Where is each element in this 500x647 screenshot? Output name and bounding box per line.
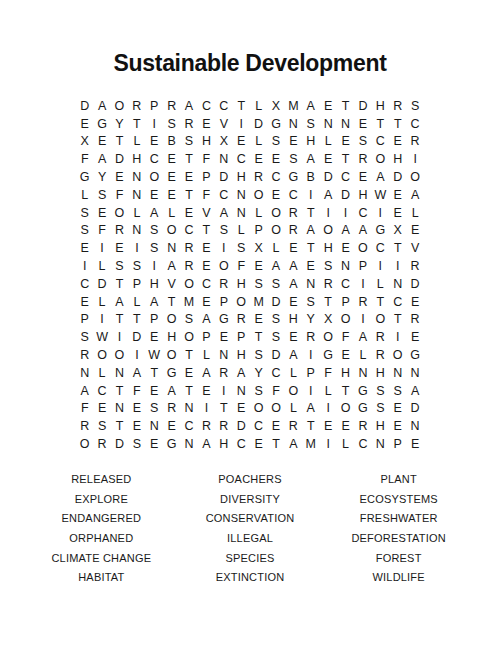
grid-cell[interactable]: R xyxy=(406,257,423,275)
grid-cell[interactable]: E xyxy=(233,400,250,418)
grid-cell[interactable]: S xyxy=(267,328,284,346)
grid-cell[interactable]: M xyxy=(180,293,197,311)
grid-cell[interactable]: P xyxy=(215,293,232,311)
grid-cell[interactable]: A xyxy=(372,168,389,186)
grid-cell[interactable]: G xyxy=(163,364,180,382)
grid-cell[interactable]: A xyxy=(180,97,197,115)
grid-cell[interactable]: T xyxy=(180,382,197,400)
grid-cell[interactable]: E xyxy=(198,293,215,311)
grid-cell[interactable]: H xyxy=(372,417,389,435)
grid-cell[interactable]: E xyxy=(76,239,93,257)
grid-cell[interactable]: A xyxy=(285,257,302,275)
grid-cell[interactable]: I xyxy=(354,275,371,293)
grid-cell[interactable]: X xyxy=(319,311,336,329)
grid-cell[interactable]: A xyxy=(302,150,319,168)
grid-cell[interactable]: T xyxy=(180,186,197,204)
grid-cell[interactable]: S xyxy=(372,382,389,400)
grid-cell[interactable]: O xyxy=(233,293,250,311)
grid-cell[interactable]: F xyxy=(198,150,215,168)
grid-cell[interactable]: I xyxy=(215,382,232,400)
grid-cell[interactable]: I xyxy=(406,150,423,168)
grid-cell[interactable]: N xyxy=(319,115,336,133)
grid-cell[interactable]: T xyxy=(146,364,163,382)
grid-cell[interactable]: C xyxy=(93,382,110,400)
grid-cell[interactable]: O xyxy=(111,204,128,222)
grid-cell[interactable]: A xyxy=(285,435,302,453)
grid-cell[interactable]: R xyxy=(250,168,267,186)
grid-cell[interactable]: T xyxy=(372,293,389,311)
grid-cell[interactable]: E xyxy=(198,257,215,275)
grid-cell[interactable]: N xyxy=(354,364,371,382)
grid-cell[interactable]: S xyxy=(76,222,93,240)
grid-cell[interactable]: E xyxy=(354,115,371,133)
grid-cell[interactable]: I xyxy=(302,186,319,204)
grid-cell[interactable]: T xyxy=(163,293,180,311)
grid-cell[interactable]: E xyxy=(146,133,163,151)
grid-cell[interactable]: O xyxy=(337,311,354,329)
grid-cell[interactable]: T xyxy=(302,417,319,435)
grid-cell[interactable]: E xyxy=(76,293,93,311)
grid-cell[interactable]: P xyxy=(389,435,406,453)
grid-cell[interactable]: R xyxy=(354,293,371,311)
grid-cell[interactable]: E xyxy=(285,239,302,257)
grid-cell[interactable]: I xyxy=(93,311,110,329)
grid-cell[interactable]: A xyxy=(93,150,110,168)
grid-cell[interactable]: C xyxy=(76,275,93,293)
grid-cell[interactable]: R xyxy=(372,328,389,346)
grid-cell[interactable]: R xyxy=(198,417,215,435)
grid-cell[interactable]: S xyxy=(180,133,197,151)
grid-cell[interactable]: S xyxy=(372,400,389,418)
grid-cell[interactable]: D xyxy=(406,400,423,418)
grid-cell[interactable]: A xyxy=(285,275,302,293)
grid-cell[interactable]: E xyxy=(319,150,336,168)
grid-cell[interactable]: L xyxy=(319,382,336,400)
grid-cell[interactable]: E xyxy=(389,400,406,418)
grid-cell[interactable]: R xyxy=(111,222,128,240)
grid-cell[interactable]: E xyxy=(233,133,250,151)
grid-cell[interactable]: V xyxy=(215,115,232,133)
grid-cell[interactable]: N xyxy=(389,275,406,293)
grid-cell[interactable]: L xyxy=(337,435,354,453)
grid-cell[interactable]: E xyxy=(267,186,284,204)
grid-cell[interactable]: E xyxy=(93,400,110,418)
grid-cell[interactable]: N xyxy=(180,435,197,453)
grid-cell[interactable]: X xyxy=(76,133,93,151)
grid-cell[interactable]: H xyxy=(389,150,406,168)
grid-cell[interactable]: O xyxy=(372,150,389,168)
grid-cell[interactable]: G xyxy=(354,400,371,418)
grid-cell[interactable]: E xyxy=(337,417,354,435)
grid-cell[interactable]: N xyxy=(111,364,128,382)
grid-cell[interactable]: N xyxy=(180,400,197,418)
grid-cell[interactable]: E xyxy=(198,382,215,400)
grid-cell[interactable]: N xyxy=(128,222,145,240)
grid-cell[interactable]: M xyxy=(285,97,302,115)
grid-cell[interactable]: H xyxy=(337,364,354,382)
grid-cell[interactable]: W xyxy=(93,328,110,346)
grid-cell[interactable]: E xyxy=(337,346,354,364)
grid-cell[interactable]: S xyxy=(215,222,232,240)
grid-cell[interactable]: R xyxy=(76,417,93,435)
grid-cell[interactable]: G xyxy=(354,382,371,400)
grid-cell[interactable]: E xyxy=(163,186,180,204)
grid-cell[interactable]: C xyxy=(389,293,406,311)
grid-cell[interactable]: A xyxy=(163,382,180,400)
grid-cell[interactable]: L xyxy=(354,346,371,364)
grid-cell[interactable]: D xyxy=(267,293,284,311)
grid-cell[interactable]: O xyxy=(319,222,336,240)
grid-cell[interactable]: E xyxy=(406,328,423,346)
grid-cell[interactable]: L xyxy=(93,257,110,275)
grid-cell[interactable]: R xyxy=(285,417,302,435)
grid-cell[interactable]: E xyxy=(406,293,423,311)
grid-cell[interactable]: I xyxy=(372,204,389,222)
grid-cell[interactable]: A xyxy=(198,311,215,329)
grid-cell[interactable]: E xyxy=(389,133,406,151)
grid-cell[interactable]: S xyxy=(180,311,197,329)
grid-cell[interactable]: T xyxy=(302,239,319,257)
grid-cell[interactable]: O xyxy=(319,328,336,346)
grid-cell[interactable]: A xyxy=(302,400,319,418)
grid-cell[interactable]: R xyxy=(93,435,110,453)
grid-cell[interactable]: P xyxy=(250,222,267,240)
grid-cell[interactable]: R xyxy=(215,417,232,435)
grid-cell[interactable]: S xyxy=(267,311,284,329)
grid-cell[interactable]: E xyxy=(285,133,302,151)
grid-cell[interactable]: R xyxy=(128,97,145,115)
grid-cell[interactable]: Y xyxy=(302,311,319,329)
grid-cell[interactable]: C xyxy=(406,115,423,133)
grid-cell[interactable]: N xyxy=(389,364,406,382)
grid-cell[interactable]: L xyxy=(267,239,284,257)
grid-cell[interactable]: C xyxy=(337,168,354,186)
grid-cell[interactable]: T xyxy=(389,311,406,329)
grid-cell[interactable]: R xyxy=(180,115,197,133)
grid-cell[interactable]: L xyxy=(163,204,180,222)
grid-cell[interactable]: W xyxy=(146,346,163,364)
grid-cell[interactable]: A xyxy=(198,364,215,382)
grid-cell[interactable]: S xyxy=(267,133,284,151)
grid-cell[interactable]: R xyxy=(319,275,336,293)
grid-cell[interactable]: Y xyxy=(250,364,267,382)
grid-cell[interactable]: G xyxy=(93,115,110,133)
grid-cell[interactable]: E xyxy=(146,186,163,204)
grid-cell[interactable]: D xyxy=(111,150,128,168)
grid-cell[interactable]: L xyxy=(372,275,389,293)
grid-cell[interactable]: C xyxy=(180,417,197,435)
grid-cell[interactable]: V xyxy=(198,204,215,222)
grid-cell[interactable]: N xyxy=(406,417,423,435)
grid-cell[interactable]: O xyxy=(76,435,93,453)
grid-cell[interactable]: A xyxy=(319,186,336,204)
grid-cell[interactable]: F xyxy=(128,382,145,400)
grid-cell[interactable]: G xyxy=(267,115,284,133)
grid-cell[interactable]: T xyxy=(111,275,128,293)
grid-cell[interactable]: T xyxy=(198,222,215,240)
grid-cell[interactable]: T xyxy=(180,346,197,364)
grid-cell[interactable]: R xyxy=(163,97,180,115)
grid-cell[interactable]: E xyxy=(354,168,371,186)
grid-cell[interactable]: I xyxy=(146,257,163,275)
grid-cell[interactable]: D xyxy=(93,275,110,293)
grid-cell[interactable]: H xyxy=(215,435,232,453)
grid-cell[interactable]: E xyxy=(198,239,215,257)
grid-cell[interactable]: P xyxy=(146,97,163,115)
grid-cell[interactable]: I xyxy=(354,311,371,329)
grid-cell[interactable]: F xyxy=(198,186,215,204)
grid-cell[interactable]: N xyxy=(372,435,389,453)
grid-cell[interactable]: H xyxy=(233,168,250,186)
grid-cell[interactable]: H xyxy=(163,328,180,346)
grid-cell[interactable]: E xyxy=(250,435,267,453)
grid-cell[interactable]: S xyxy=(146,222,163,240)
grid-cell[interactable]: A xyxy=(111,293,128,311)
grid-cell[interactable]: I xyxy=(233,115,250,133)
grid-cell[interactable]: C xyxy=(354,204,371,222)
grid-cell[interactable]: I xyxy=(319,435,336,453)
grid-cell[interactable]: O xyxy=(215,257,232,275)
grid-cell[interactable]: H xyxy=(319,239,336,257)
grid-cell[interactable]: R xyxy=(215,364,232,382)
grid-cell[interactable]: R xyxy=(389,97,406,115)
grid-cell[interactable]: C xyxy=(337,275,354,293)
grid-cell[interactable]: Y xyxy=(111,115,128,133)
grid-cell[interactable]: A xyxy=(146,204,163,222)
grid-cell[interactable]: V xyxy=(406,239,423,257)
grid-cell[interactable]: C xyxy=(215,97,232,115)
grid-cell[interactable]: L xyxy=(128,133,145,151)
grid-cell[interactable]: E xyxy=(128,400,145,418)
grid-cell[interactable]: C xyxy=(198,97,215,115)
grid-cell[interactable]: T xyxy=(233,97,250,115)
grid-cell[interactable]: E xyxy=(389,204,406,222)
grid-cell[interactable]: C xyxy=(215,186,232,204)
grid-cell[interactable]: S xyxy=(76,328,93,346)
grid-cell[interactable]: R xyxy=(354,417,371,435)
grid-cell[interactable]: D xyxy=(406,275,423,293)
grid-cell[interactable]: M xyxy=(302,435,319,453)
grid-cell[interactable]: C xyxy=(372,133,389,151)
grid-cell[interactable]: L xyxy=(285,400,302,418)
grid-cell[interactable]: P xyxy=(198,168,215,186)
grid-cell[interactable]: I xyxy=(302,382,319,400)
grid-cell[interactable]: F xyxy=(319,364,336,382)
grid-cell[interactable]: C xyxy=(180,222,197,240)
grid-cell[interactable]: L xyxy=(76,186,93,204)
grid-cell[interactable]: N xyxy=(406,364,423,382)
grid-cell[interactable]: E xyxy=(267,417,284,435)
grid-cell[interactable]: N xyxy=(337,115,354,133)
grid-cell[interactable]: O xyxy=(180,275,197,293)
grid-cell[interactable]: R xyxy=(285,222,302,240)
grid-cell[interactable]: R xyxy=(406,133,423,151)
grid-cell[interactable]: I xyxy=(93,239,110,257)
grid-cell[interactable]: H xyxy=(198,133,215,151)
grid-cell[interactable]: D xyxy=(76,97,93,115)
grid-cell[interactable]: T xyxy=(337,97,354,115)
grid-cell[interactable]: L xyxy=(319,133,336,151)
grid-cell[interactable]: C xyxy=(198,275,215,293)
grid-cell[interactable]: T xyxy=(302,204,319,222)
grid-cell[interactable]: O xyxy=(267,400,284,418)
grid-cell[interactable]: A xyxy=(128,364,145,382)
grid-cell[interactable]: T xyxy=(111,133,128,151)
grid-cell[interactable]: D xyxy=(267,346,284,364)
grid-cell[interactable]: F xyxy=(337,328,354,346)
grid-cell[interactable]: A xyxy=(406,186,423,204)
grid-cell[interactable]: O xyxy=(372,311,389,329)
grid-cell[interactable]: S xyxy=(128,257,145,275)
grid-cell[interactable]: S xyxy=(250,346,267,364)
grid-cell[interactable]: T xyxy=(389,239,406,257)
grid-cell[interactable]: I xyxy=(319,400,336,418)
grid-cell[interactable]: L xyxy=(250,133,267,151)
grid-cell[interactable]: I xyxy=(319,204,336,222)
grid-cell[interactable]: O xyxy=(163,311,180,329)
grid-cell[interactable]: I xyxy=(372,257,389,275)
grid-cell[interactable]: I xyxy=(76,257,93,275)
grid-cell[interactable]: P xyxy=(76,311,93,329)
grid-cell[interactable]: D xyxy=(233,417,250,435)
grid-cell[interactable]: L xyxy=(250,97,267,115)
grid-cell[interactable]: R xyxy=(233,311,250,329)
grid-cell[interactable]: D xyxy=(111,435,128,453)
grid-cell[interactable]: L xyxy=(198,346,215,364)
grid-cell[interactable]: C xyxy=(354,435,371,453)
grid-cell[interactable]: G xyxy=(406,346,423,364)
grid-cell[interactable]: O xyxy=(163,346,180,364)
grid-cell[interactable]: T xyxy=(111,382,128,400)
grid-cell[interactable]: E xyxy=(111,239,128,257)
grid-cell[interactable]: F xyxy=(267,382,284,400)
grid-cell[interactable]: T xyxy=(337,150,354,168)
grid-cell[interactable]: E xyxy=(180,168,197,186)
grid-cell[interactable]: I xyxy=(198,400,215,418)
grid-cell[interactable]: L xyxy=(250,204,267,222)
grid-cell[interactable]: O xyxy=(250,186,267,204)
grid-cell[interactable]: A xyxy=(215,204,232,222)
grid-cell[interactable]: E xyxy=(146,328,163,346)
grid-cell[interactable]: G xyxy=(372,222,389,240)
grid-cell[interactable]: P xyxy=(233,328,250,346)
grid-cell[interactable]: T xyxy=(389,115,406,133)
grid-cell[interactable]: S xyxy=(285,150,302,168)
grid-cell[interactable]: E xyxy=(180,204,197,222)
grid-cell[interactable]: F xyxy=(76,400,93,418)
grid-cell[interactable]: S xyxy=(302,115,319,133)
grid-cell[interactable]: N xyxy=(233,382,250,400)
grid-cell[interactable]: A xyxy=(285,346,302,364)
grid-cell[interactable]: S xyxy=(111,257,128,275)
grid-cell[interactable]: E xyxy=(406,435,423,453)
grid-cell[interactable]: D xyxy=(250,115,267,133)
grid-cell[interactable]: B xyxy=(163,133,180,151)
grid-cell[interactable]: O xyxy=(250,400,267,418)
grid-cell[interactable]: A xyxy=(302,222,319,240)
grid-cell[interactable]: S xyxy=(128,435,145,453)
grid-cell[interactable]: C xyxy=(267,364,284,382)
grid-cell[interactable]: S xyxy=(302,293,319,311)
grid-cell[interactable]: S xyxy=(389,382,406,400)
grid-cell[interactable]: P xyxy=(337,293,354,311)
grid-cell[interactable]: N xyxy=(146,417,163,435)
grid-cell[interactable]: L xyxy=(93,364,110,382)
grid-cell[interactable]: P xyxy=(302,364,319,382)
grid-cell[interactable]: H xyxy=(302,133,319,151)
grid-cell[interactable]: F xyxy=(111,186,128,204)
grid-cell[interactable]: E xyxy=(319,417,336,435)
grid-cell[interactable]: R xyxy=(302,328,319,346)
grid-cell[interactable]: H xyxy=(372,97,389,115)
grid-cell[interactable]: T xyxy=(128,115,145,133)
grid-cell[interactable]: S xyxy=(250,275,267,293)
grid-cell[interactable]: T xyxy=(180,150,197,168)
grid-cell[interactable]: T xyxy=(372,115,389,133)
grid-cell[interactable]: E xyxy=(319,97,336,115)
grid-cell[interactable]: D xyxy=(215,168,232,186)
grid-cell[interactable]: E xyxy=(128,417,145,435)
grid-cell[interactable]: I xyxy=(111,328,128,346)
grid-cell[interactable]: E xyxy=(111,168,128,186)
grid-cell[interactable]: S xyxy=(163,115,180,133)
grid-cell[interactable]: P xyxy=(146,311,163,329)
grid-cell[interactable]: S xyxy=(146,400,163,418)
grid-cell[interactable]: N xyxy=(233,186,250,204)
grid-cell[interactable]: I xyxy=(337,204,354,222)
grid-cell[interactable]: H xyxy=(285,311,302,329)
grid-cell[interactable]: L xyxy=(406,204,423,222)
grid-cell[interactable]: E xyxy=(250,150,267,168)
grid-cell[interactable]: B xyxy=(302,168,319,186)
grid-cell[interactable]: M xyxy=(250,293,267,311)
grid-cell[interactable]: A xyxy=(146,293,163,311)
grid-cell[interactable]: S xyxy=(267,275,284,293)
grid-cell[interactable]: G xyxy=(163,435,180,453)
grid-cell[interactable]: S xyxy=(93,417,110,435)
grid-cell[interactable]: N xyxy=(233,204,250,222)
grid-cell[interactable]: A xyxy=(267,257,284,275)
grid-cell[interactable]: E xyxy=(215,328,232,346)
grid-cell[interactable]: T xyxy=(267,435,284,453)
grid-cell[interactable]: P xyxy=(128,275,145,293)
grid-cell[interactable]: E xyxy=(406,222,423,240)
grid-cell[interactable]: A xyxy=(337,222,354,240)
grid-cell[interactable]: C xyxy=(146,150,163,168)
grid-cell[interactable]: D xyxy=(354,97,371,115)
grid-cell[interactable]: C xyxy=(233,435,250,453)
grid-cell[interactable]: E xyxy=(146,382,163,400)
grid-cell[interactable]: X xyxy=(250,239,267,257)
grid-cell[interactable]: O xyxy=(267,222,284,240)
grid-cell[interactable]: R xyxy=(76,346,93,364)
grid-cell[interactable]: R xyxy=(163,400,180,418)
grid-cell[interactable]: L xyxy=(233,222,250,240)
grid-cell[interactable]: T xyxy=(250,328,267,346)
grid-cell[interactable]: E xyxy=(180,364,197,382)
grid-cell[interactable]: W xyxy=(372,186,389,204)
grid-cell[interactable]: E xyxy=(198,115,215,133)
grid-cell[interactable]: E xyxy=(267,150,284,168)
grid-cell[interactable]: P xyxy=(354,257,371,275)
grid-cell[interactable]: A xyxy=(354,222,371,240)
grid-cell[interactable]: X xyxy=(389,222,406,240)
grid-cell[interactable]: N xyxy=(302,275,319,293)
grid-cell[interactable]: L xyxy=(128,204,145,222)
grid-cell[interactable]: C xyxy=(372,239,389,257)
grid-cell[interactable]: N xyxy=(215,346,232,364)
grid-cell[interactable]: O xyxy=(163,222,180,240)
